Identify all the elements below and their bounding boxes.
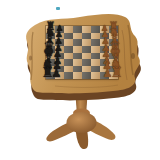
- square[interactable]: [73, 39, 82, 46]
- square[interactable]: [73, 72, 82, 79]
- black-pawn[interactable]: ♟: [51, 68, 62, 79]
- square[interactable]: [64, 59, 73, 66]
- wood-knot-right: [131, 53, 135, 59]
- square[interactable]: [82, 39, 91, 46]
- table-structure: [0, 0, 160, 160]
- square[interactable]: [64, 66, 73, 73]
- square[interactable]: [64, 53, 73, 60]
- square[interactable]: [91, 39, 100, 46]
- square[interactable]: [82, 53, 91, 60]
- pedestal-hub: [67, 112, 97, 133]
- square[interactable]: [91, 33, 100, 40]
- square[interactable]: [82, 33, 91, 40]
- square[interactable]: [91, 26, 100, 33]
- square[interactable]: [64, 39, 73, 46]
- blue-sticker: [56, 7, 60, 10]
- square[interactable]: [64, 26, 73, 33]
- chess-table-photo: ♜♟♟♜♞♟♟♞♝♟♟♝♛♟♟♛♚♟♟♚♝♟♟♝♞♟♟♞♜♟♟♜: [0, 0, 160, 160]
- square[interactable]: [82, 59, 91, 66]
- square[interactable]: [82, 46, 91, 53]
- square[interactable]: [64, 33, 73, 40]
- white-rook[interactable]: ♜: [110, 65, 124, 79]
- square[interactable]: [73, 26, 82, 33]
- square[interactable]: [91, 53, 100, 60]
- square[interactable]: [73, 33, 82, 40]
- square[interactable]: [91, 72, 100, 79]
- square[interactable]: [91, 66, 100, 73]
- square[interactable]: [64, 46, 73, 53]
- wood-knot-left: [29, 56, 32, 61]
- square[interactable]: [82, 66, 91, 73]
- square[interactable]: [82, 26, 91, 33]
- square[interactable]: [73, 53, 82, 60]
- square[interactable]: [91, 46, 100, 53]
- square[interactable]: [64, 72, 73, 79]
- square[interactable]: [91, 59, 100, 66]
- square[interactable]: [73, 59, 82, 66]
- square[interactable]: [82, 72, 91, 79]
- square[interactable]: [73, 66, 82, 73]
- square[interactable]: [73, 46, 82, 53]
